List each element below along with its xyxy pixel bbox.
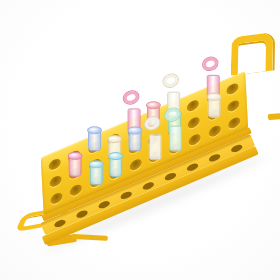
tube-cream-B9: [207, 97, 220, 118]
tube-blue-B5: [128, 131, 141, 152]
tube-closed-cap: [107, 135, 122, 143]
rack-handle-right: [231, 32, 273, 75]
tube-cyan-C4: [109, 156, 122, 177]
tube-pink-B2: [69, 156, 82, 177]
tube-closed-cap: [206, 93, 221, 101]
tube-body: [169, 126, 182, 152]
tube-blue-A3: [88, 130, 101, 151]
rack-hole-A1: [48, 157, 60, 172]
tube-closed-cap: [68, 152, 83, 160]
rack-hole-C1: [50, 191, 62, 206]
tube-closed-cap: [127, 127, 142, 135]
rack-hole-A10: [226, 81, 238, 96]
tube-body: [149, 134, 162, 160]
rack-hole-B10: [227, 98, 239, 113]
tube-closed-cap: [87, 126, 102, 134]
rack-hole-C10: [228, 115, 240, 130]
rack-hole-A8: [187, 98, 199, 113]
tube-closed-cap: [88, 160, 103, 168]
tube-white-C6: [149, 134, 162, 160]
rack-hole-C5: [129, 157, 141, 172]
rack-hole-C9: [208, 123, 220, 138]
rack-hole-C8: [188, 132, 200, 147]
tube-rack: [30, 60, 280, 268]
tube-closed-cap: [108, 152, 123, 160]
tube-closed-cap: [146, 101, 161, 109]
rack-foot-right: [268, 111, 280, 120]
tube-open-cap: [161, 72, 179, 89]
rack-hole-B8: [187, 115, 199, 130]
tube-open-cap: [121, 89, 139, 106]
product-photo-canvas: [0, 0, 280, 280]
tube-open-cap: [201, 56, 219, 73]
tube-mint-C7: [169, 126, 182, 152]
rack-hole-B1: [49, 174, 61, 189]
rack-hole-C2: [70, 182, 82, 197]
tube-cyan-C3: [89, 164, 102, 185]
